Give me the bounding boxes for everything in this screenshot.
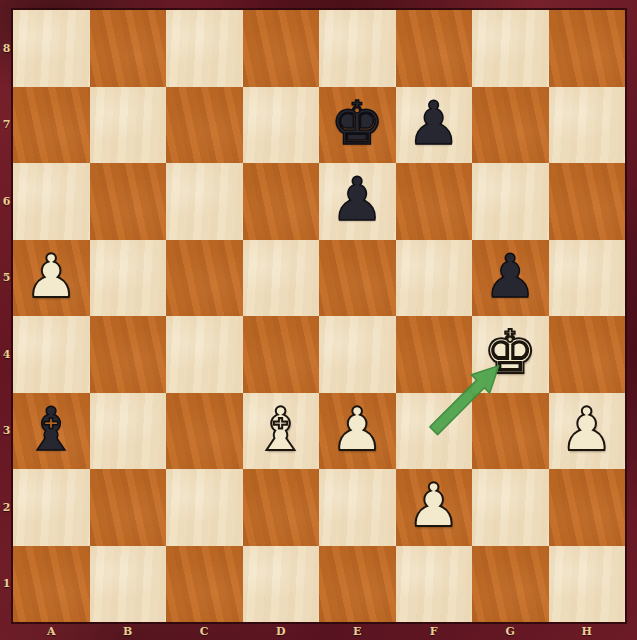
square-g6[interactable]: [472, 163, 549, 240]
board-frame: 87654321 ABCDEFGH ♚♟♟♟♟♚♝♝♟♟♟: [0, 0, 637, 640]
square-c5[interactable]: [166, 240, 243, 317]
square-c3[interactable]: [166, 393, 243, 470]
square-a1[interactable]: [13, 546, 90, 623]
square-g3[interactable]: [472, 393, 549, 470]
square-b8[interactable]: [90, 10, 167, 87]
square-h8[interactable]: [549, 10, 626, 87]
square-f4[interactable]: [396, 316, 473, 393]
square-f5[interactable]: [396, 240, 473, 317]
square-f6[interactable]: [396, 163, 473, 240]
square-d6[interactable]: [243, 163, 320, 240]
file-label-d: D: [243, 622, 320, 640]
file-labels: ABCDEFGH: [13, 622, 625, 640]
square-e8[interactable]: [319, 10, 396, 87]
square-c4[interactable]: [166, 316, 243, 393]
square-h3[interactable]: ♟: [549, 393, 626, 470]
square-c7[interactable]: [166, 87, 243, 164]
rank-label-8: 8: [0, 10, 13, 87]
file-label-h: H: [549, 622, 626, 640]
square-g7[interactable]: [472, 87, 549, 164]
piece-white-pawn-e3[interactable]: ♟: [330, 399, 384, 459]
square-d2[interactable]: [243, 469, 320, 546]
rank-label-6: 6: [0, 163, 13, 240]
square-c2[interactable]: [166, 469, 243, 546]
rank-label-2: 2: [0, 469, 13, 546]
square-a3[interactable]: ♝: [13, 393, 90, 470]
square-a5[interactable]: ♟: [13, 240, 90, 317]
square-a7[interactable]: [13, 87, 90, 164]
square-a2[interactable]: [13, 469, 90, 546]
square-e1[interactable]: [319, 546, 396, 623]
square-f7[interactable]: ♟: [396, 87, 473, 164]
square-h1[interactable]: [549, 546, 626, 623]
square-e5[interactable]: [319, 240, 396, 317]
file-label-b: B: [90, 622, 167, 640]
piece-black-pawn-g5[interactable]: ♟: [483, 246, 537, 306]
chessboard[interactable]: ♚♟♟♟♟♚♝♝♟♟♟: [13, 10, 625, 622]
square-c8[interactable]: [166, 10, 243, 87]
square-g2[interactable]: [472, 469, 549, 546]
square-g5[interactable]: ♟: [472, 240, 549, 317]
piece-white-bishop-d3[interactable]: ♝: [254, 399, 308, 459]
piece-white-pawn-f2[interactable]: ♟: [407, 475, 461, 535]
square-f1[interactable]: [396, 546, 473, 623]
square-a8[interactable]: [13, 10, 90, 87]
piece-white-pawn-h3[interactable]: ♟: [560, 399, 614, 459]
square-h2[interactable]: [549, 469, 626, 546]
file-label-c: C: [166, 622, 243, 640]
rank-label-7: 7: [0, 87, 13, 164]
square-h7[interactable]: [549, 87, 626, 164]
square-d7[interactable]: [243, 87, 320, 164]
piece-white-pawn-a5[interactable]: ♟: [24, 246, 78, 306]
square-b2[interactable]: [90, 469, 167, 546]
square-e3[interactable]: ♟: [319, 393, 396, 470]
piece-black-bishop-a3[interactable]: ♝: [24, 399, 78, 459]
square-g8[interactable]: [472, 10, 549, 87]
square-b1[interactable]: [90, 546, 167, 623]
square-e6[interactable]: ♟: [319, 163, 396, 240]
square-d8[interactable]: [243, 10, 320, 87]
rank-label-4: 4: [0, 316, 13, 393]
file-label-e: E: [319, 622, 396, 640]
square-h4[interactable]: [549, 316, 626, 393]
square-h6[interactable]: [549, 163, 626, 240]
piece-white-king-g4[interactable]: ♚: [483, 322, 537, 382]
rank-labels: 87654321: [0, 10, 13, 622]
square-b4[interactable]: [90, 316, 167, 393]
square-b3[interactable]: [90, 393, 167, 470]
square-c1[interactable]: [166, 546, 243, 623]
square-d4[interactable]: [243, 316, 320, 393]
square-g1[interactable]: [472, 546, 549, 623]
rank-label-5: 5: [0, 240, 13, 317]
square-e7[interactable]: ♚: [319, 87, 396, 164]
rank-label-1: 1: [0, 546, 13, 623]
piece-black-pawn-f7[interactable]: ♟: [407, 93, 461, 153]
file-label-a: A: [13, 622, 90, 640]
piece-black-king-e7[interactable]: ♚: [330, 93, 384, 153]
square-f2[interactable]: ♟: [396, 469, 473, 546]
square-b6[interactable]: [90, 163, 167, 240]
square-f3[interactable]: [396, 393, 473, 470]
square-d1[interactable]: [243, 546, 320, 623]
square-g4[interactable]: ♚: [472, 316, 549, 393]
square-d5[interactable]: [243, 240, 320, 317]
square-b5[interactable]: [90, 240, 167, 317]
file-label-g: G: [472, 622, 549, 640]
square-h5[interactable]: [549, 240, 626, 317]
square-c6[interactable]: [166, 163, 243, 240]
square-a6[interactable]: [13, 163, 90, 240]
piece-black-pawn-e6[interactable]: ♟: [330, 169, 384, 229]
square-a4[interactable]: [13, 316, 90, 393]
square-e2[interactable]: [319, 469, 396, 546]
square-f8[interactable]: [396, 10, 473, 87]
square-b7[interactable]: [90, 87, 167, 164]
file-label-f: F: [396, 622, 473, 640]
square-d3[interactable]: ♝: [243, 393, 320, 470]
rank-label-3: 3: [0, 393, 13, 470]
square-e4[interactable]: [319, 316, 396, 393]
